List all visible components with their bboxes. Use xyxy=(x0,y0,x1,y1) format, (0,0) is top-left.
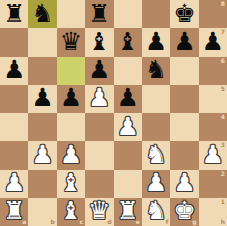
file-label-c: c xyxy=(80,219,84,225)
black-bishop[interactable]: ♝ xyxy=(88,29,110,54)
rank-label-7: 7 xyxy=(221,29,225,35)
square-f1[interactable]: ♞f xyxy=(142,198,170,226)
square-d5[interactable]: ♟ xyxy=(85,85,113,113)
square-b5[interactable]: ♟ xyxy=(28,85,56,113)
square-a4[interactable] xyxy=(0,113,28,141)
square-e6[interactable] xyxy=(114,57,142,85)
rank-label-1: 1 xyxy=(221,199,225,205)
square-f2[interactable]: ♟ xyxy=(142,170,170,198)
rank-label-2: 2 xyxy=(221,171,225,177)
square-c3[interactable]: ♟ xyxy=(57,141,85,169)
square-f8[interactable] xyxy=(142,0,170,28)
white-knight[interactable]: ♞ xyxy=(145,198,167,223)
square-b7[interactable] xyxy=(28,28,56,56)
square-g3[interactable] xyxy=(170,141,198,169)
white-pawn[interactable]: ♟ xyxy=(173,170,195,195)
square-g4[interactable] xyxy=(170,113,198,141)
square-b3[interactable]: ♟ xyxy=(28,141,56,169)
black-bishop[interactable]: ♝ xyxy=(116,29,138,54)
square-c5[interactable]: ♟ xyxy=(57,85,85,113)
square-f5[interactable] xyxy=(142,85,170,113)
square-g5[interactable] xyxy=(170,85,198,113)
square-c8[interactable] xyxy=(57,0,85,28)
white-knight[interactable]: ♞ xyxy=(145,142,167,167)
square-h8[interactable]: 8 xyxy=(199,0,227,28)
square-b1[interactable]: b xyxy=(28,198,56,226)
file-label-g: g xyxy=(192,219,196,225)
square-b2[interactable] xyxy=(28,170,56,198)
square-g8[interactable]: ♚ xyxy=(170,0,198,28)
rank-label-3: 3 xyxy=(221,142,225,148)
file-label-e: e xyxy=(136,219,140,225)
file-label-h: h xyxy=(221,219,225,225)
white-pawn[interactable]: ♟ xyxy=(31,142,53,167)
square-a5[interactable] xyxy=(0,85,28,113)
square-d8[interactable]: ♜ xyxy=(85,0,113,28)
square-e2[interactable] xyxy=(114,170,142,198)
square-c1[interactable]: ♝c xyxy=(57,198,85,226)
square-h1[interactable]: 1h xyxy=(199,198,227,226)
square-g1[interactable]: ♚g xyxy=(170,198,198,226)
file-label-a: a xyxy=(22,219,26,225)
black-queen[interactable]: ♛ xyxy=(60,29,82,54)
square-f4[interactable] xyxy=(142,113,170,141)
square-b6[interactable] xyxy=(28,57,56,85)
square-b8[interactable]: ♞ xyxy=(28,0,56,28)
black-pawn[interactable]: ♟ xyxy=(88,57,110,82)
square-a8[interactable]: ♜ xyxy=(0,0,28,28)
black-king[interactable]: ♚ xyxy=(173,1,195,26)
black-knight[interactable]: ♞ xyxy=(145,57,167,82)
white-pawn[interactable]: ♟ xyxy=(88,85,110,110)
black-rook[interactable]: ♜ xyxy=(88,1,110,26)
square-c7[interactable]: ♛ xyxy=(57,28,85,56)
file-label-f: f xyxy=(166,219,169,225)
square-d7[interactable]: ♝ xyxy=(85,28,113,56)
square-e5[interactable]: ♟ xyxy=(114,85,142,113)
square-g7[interactable]: ♟ xyxy=(170,28,198,56)
square-e8[interactable] xyxy=(114,0,142,28)
black-pawn[interactable]: ♟ xyxy=(116,85,138,110)
file-label-b: b xyxy=(50,219,54,225)
square-d3[interactable] xyxy=(85,141,113,169)
black-pawn[interactable]: ♟ xyxy=(31,85,53,110)
square-e4[interactable]: ♟ xyxy=(114,113,142,141)
square-c2[interactable]: ♝ xyxy=(57,170,85,198)
chess-board: ♜♞♜♚8♛♝♝♟♟♟7♟♟♞6♟♟♟♟5♟4♟♟♞♟3♟♝♟♟2♜ab♝c♛d… xyxy=(0,0,227,226)
black-knight[interactable]: ♞ xyxy=(31,1,53,26)
black-pawn[interactable]: ♟ xyxy=(145,29,167,54)
square-e3[interactable] xyxy=(114,141,142,169)
black-pawn[interactable]: ♟ xyxy=(3,57,25,82)
square-b4[interactable] xyxy=(28,113,56,141)
square-d2[interactable] xyxy=(85,170,113,198)
white-pawn[interactable]: ♟ xyxy=(116,114,138,139)
square-f6[interactable]: ♞ xyxy=(142,57,170,85)
square-d4[interactable] xyxy=(85,113,113,141)
file-label-d: d xyxy=(107,219,111,225)
square-h6[interactable]: 6 xyxy=(199,57,227,85)
rank-label-6: 6 xyxy=(221,58,225,64)
square-f7[interactable]: ♟ xyxy=(142,28,170,56)
square-h7[interactable]: ♟7 xyxy=(199,28,227,56)
rank-label-5: 5 xyxy=(221,86,225,92)
white-pawn[interactable]: ♟ xyxy=(60,142,82,167)
square-h3[interactable]: ♟3 xyxy=(199,141,227,169)
white-pawn[interactable]: ♟ xyxy=(145,170,167,195)
square-e1[interactable]: ♜e xyxy=(114,198,142,226)
square-a7[interactable] xyxy=(0,28,28,56)
black-pawn[interactable]: ♟ xyxy=(173,29,195,54)
square-a1[interactable]: ♜a xyxy=(0,198,28,226)
square-a3[interactable] xyxy=(0,141,28,169)
square-c6[interactable] xyxy=(57,57,85,85)
white-bishop[interactable]: ♝ xyxy=(60,170,82,195)
square-d1[interactable]: ♛d xyxy=(85,198,113,226)
square-g6[interactable] xyxy=(170,57,198,85)
square-h5[interactable]: 5 xyxy=(199,85,227,113)
square-g2[interactable]: ♟ xyxy=(170,170,198,198)
square-h2[interactable]: 2 xyxy=(199,170,227,198)
square-e7[interactable]: ♝ xyxy=(114,28,142,56)
rank-label-8: 8 xyxy=(221,1,225,7)
rank-label-4: 4 xyxy=(221,114,225,120)
square-f3[interactable]: ♞ xyxy=(142,141,170,169)
square-c4[interactable] xyxy=(57,113,85,141)
square-d6[interactable]: ♟ xyxy=(85,57,113,85)
square-a2[interactable]: ♟ xyxy=(0,170,28,198)
square-a6[interactable]: ♟ xyxy=(0,57,28,85)
black-pawn[interactable]: ♟ xyxy=(60,85,82,110)
square-h4[interactable]: 4 xyxy=(199,113,227,141)
white-pawn[interactable]: ♟ xyxy=(3,170,25,195)
black-rook[interactable]: ♜ xyxy=(3,1,25,26)
